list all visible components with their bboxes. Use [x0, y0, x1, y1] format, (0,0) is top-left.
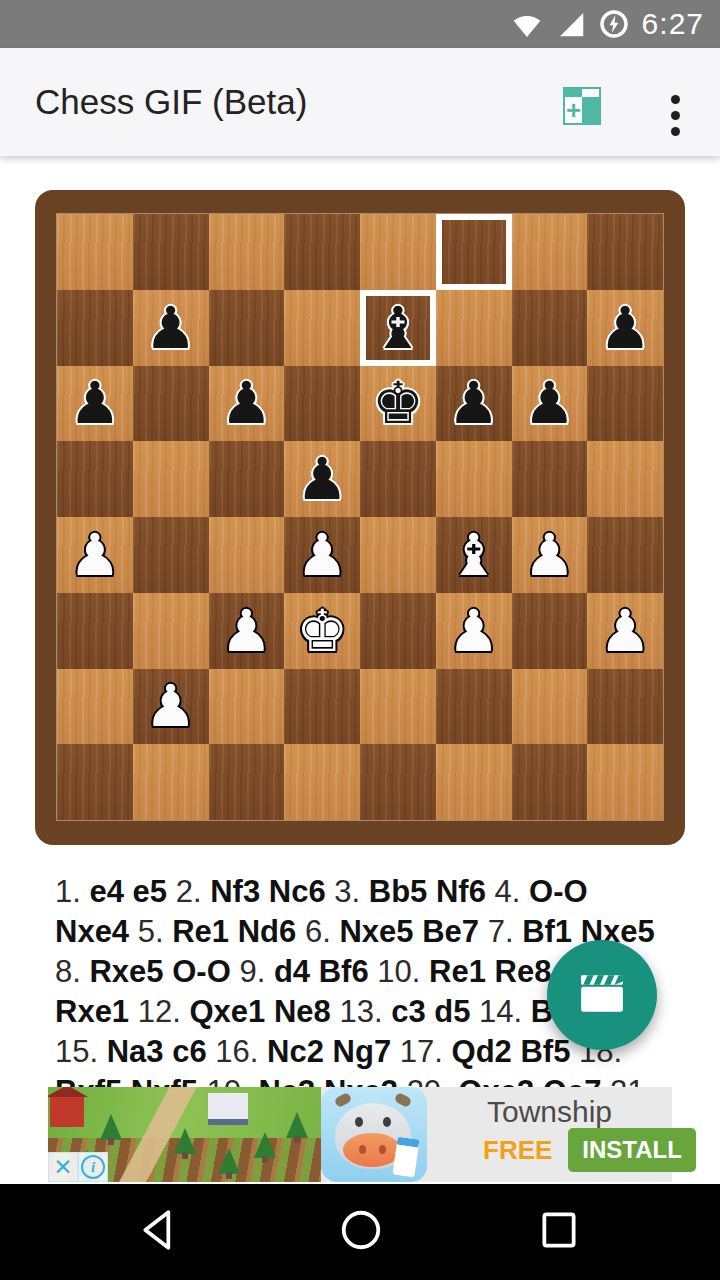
move-number: 2.	[176, 874, 202, 909]
ad-image[interactable]: ✕ i	[48, 1087, 321, 1182]
square-g6[interactable]: ♟	[512, 366, 588, 442]
square-f1[interactable]	[436, 744, 512, 820]
move-san: Qd2	[452, 1034, 512, 1069]
black-bishop-e7: ♝	[372, 299, 424, 357]
house-graphic	[208, 1093, 248, 1125]
square-h2[interactable]	[587, 669, 663, 745]
white-pawn-h3: ♟	[599, 602, 651, 660]
move-san: Be7	[422, 914, 479, 949]
township-app-icon[interactable]	[321, 1087, 427, 1182]
move-number: 13.	[339, 994, 382, 1029]
square-b6[interactable]	[133, 366, 209, 442]
square-f5[interactable]	[436, 441, 512, 517]
square-c4[interactable]	[209, 517, 285, 593]
square-h3[interactable]: ♟	[587, 593, 663, 669]
square-a5[interactable]	[57, 441, 133, 517]
square-d3[interactable]: ♚	[284, 593, 360, 669]
square-f7[interactable]	[436, 290, 512, 366]
wifi-icon	[510, 9, 544, 39]
square-d8[interactable]	[284, 214, 360, 290]
move-san: Nxe3	[324, 1074, 398, 1087]
recents-icon[interactable]	[536, 1207, 582, 1257]
move-san: Bf1	[522, 914, 572, 949]
move-san: Qe7	[543, 1074, 602, 1087]
move-san: Nf3	[210, 874, 260, 909]
move-number: 20.	[407, 1074, 450, 1087]
square-f3[interactable]: ♟	[436, 593, 512, 669]
square-a3[interactable]	[57, 593, 133, 669]
black-pawn-c6: ♟	[220, 374, 272, 432]
square-a4[interactable]: ♟	[57, 517, 133, 593]
move-san: Bb5	[369, 874, 428, 909]
square-h8[interactable]	[587, 214, 663, 290]
square-c3[interactable]: ♟	[209, 593, 285, 669]
black-king-e6: ♚	[372, 374, 424, 432]
move-number: 9.	[239, 954, 265, 989]
square-h5[interactable]	[587, 441, 663, 517]
move-san: Qxe3	[458, 1074, 534, 1087]
move-san: Bf5	[520, 1034, 570, 1069]
square-d1[interactable]	[284, 744, 360, 820]
back-icon[interactable]	[138, 1207, 184, 1257]
square-d5[interactable]: ♟	[284, 441, 360, 517]
square-e1[interactable]	[360, 744, 436, 820]
move-number: 17.	[400, 1034, 443, 1069]
move-number: 12.	[138, 994, 181, 1029]
move-number: 16.	[215, 1034, 258, 1069]
move-san: Rxe5	[89, 954, 163, 989]
move-san: d4	[274, 954, 310, 989]
square-g5[interactable]	[512, 441, 588, 517]
move-number: 19.	[207, 1074, 250, 1087]
square-g8[interactable]	[512, 214, 588, 290]
move-number: 3.	[334, 874, 360, 909]
square-a8[interactable]	[57, 214, 133, 290]
square-h4[interactable]	[587, 517, 663, 593]
square-e8[interactable]	[360, 214, 436, 290]
move-san: O-O	[172, 954, 231, 989]
ad-app-name: Township	[427, 1095, 672, 1129]
page-title: Chess GIF (Beta)	[35, 82, 307, 122]
move-san: Ne8	[274, 994, 331, 1029]
home-icon[interactable]	[338, 1207, 384, 1257]
square-c2[interactable]	[209, 669, 285, 745]
square-a2[interactable]	[57, 669, 133, 745]
move-san: Nf6	[436, 874, 486, 909]
square-b1[interactable]	[133, 744, 209, 820]
clapperboard-icon	[578, 971, 626, 1019]
navigation-bar	[0, 1184, 720, 1280]
black-pawn-h7: ♟	[599, 299, 651, 357]
move-san: Bxf5	[55, 1074, 122, 1087]
move-san: Nc6	[269, 874, 326, 909]
square-b7[interactable]: ♟	[133, 290, 209, 366]
move-san: Nd6	[238, 914, 297, 949]
ad-banner[interactable]: ✕ i Township FREE INSTALL	[48, 1087, 672, 1182]
square-b8[interactable]	[133, 214, 209, 290]
square-g7[interactable]	[512, 290, 588, 366]
move-number: 14.	[479, 994, 522, 1029]
move-san: Nxf5	[131, 1074, 198, 1087]
square-d6[interactable]	[284, 366, 360, 442]
overflow-menu-icon[interactable]	[669, 86, 681, 144]
square-b2[interactable]: ♟	[133, 669, 209, 745]
move-number: 8.	[55, 954, 81, 989]
black-pawn-f6: ♟	[448, 374, 500, 432]
white-pawn-g4: ♟	[523, 526, 575, 584]
square-g2[interactable]	[512, 669, 588, 745]
move-number: 6.	[305, 914, 331, 949]
barn-graphic	[50, 1097, 84, 1127]
app-bar: Chess GIF (Beta) +	[0, 48, 720, 156]
move-san: Ng7	[333, 1034, 392, 1069]
ad-close-icon[interactable]: ✕	[48, 1152, 78, 1182]
move-san: e4	[89, 874, 123, 909]
square-f8[interactable]	[436, 214, 512, 290]
square-c7[interactable]	[209, 290, 285, 366]
square-c6[interactable]: ♟	[209, 366, 285, 442]
move-san: Re8	[495, 954, 552, 989]
square-d4[interactable]: ♟	[284, 517, 360, 593]
install-button[interactable]: INSTALL	[568, 1128, 696, 1172]
ad-price-label: FREE	[483, 1135, 552, 1166]
move-number: 1.	[55, 874, 81, 909]
square-g3[interactable]	[512, 593, 588, 669]
move-san: c6	[172, 1034, 206, 1069]
move-line: 1. e4 e5 2. Nf3 Nc6 3. Bb5 Nf6 4. O-O	[55, 872, 670, 912]
square-b4[interactable]	[133, 517, 209, 593]
status-bar: 6:27	[0, 0, 720, 48]
move-san: Na3	[107, 1034, 164, 1069]
white-pawn-d4: ♟	[296, 526, 348, 584]
move-san: c3	[391, 994, 425, 1029]
square-b3[interactable]	[133, 593, 209, 669]
black-pawn-d5: ♟	[296, 450, 348, 508]
square-e5[interactable]	[360, 441, 436, 517]
black-pawn-a6: ♟	[69, 374, 121, 432]
chess-board[interactable]: ♟♝♟♟♟♚♟♟♟♟♟♝♟♟♚♟♟♟	[57, 214, 663, 820]
move-san: Nxe4	[55, 914, 129, 949]
move-number: 5.	[138, 914, 164, 949]
ad-info-panel: Township FREE INSTALL	[427, 1087, 672, 1182]
move-number: 21.	[610, 1074, 653, 1087]
square-c1[interactable]	[209, 744, 285, 820]
square-e2[interactable]	[360, 669, 436, 745]
white-pawn-c3: ♟	[220, 602, 272, 660]
battery-saver-icon	[598, 8, 630, 40]
create-gif-fab[interactable]	[547, 940, 657, 1050]
square-a6[interactable]: ♟	[57, 366, 133, 442]
square-e4[interactable]	[360, 517, 436, 593]
move-san: Qxe1	[189, 994, 265, 1029]
move-san: O-O	[529, 874, 588, 909]
move-san: Nc2	[267, 1034, 324, 1069]
square-d7[interactable]	[284, 290, 360, 366]
move-san: Ne3	[258, 1074, 315, 1087]
black-pawn-b7: ♟	[145, 299, 197, 357]
square-b5[interactable]	[133, 441, 209, 517]
move-san: Re1	[172, 914, 229, 949]
square-a7[interactable]	[57, 290, 133, 366]
square-g4[interactable]: ♟	[512, 517, 588, 593]
board-editor-icon[interactable]: +	[563, 87, 601, 125]
square-h7[interactable]: ♟	[587, 290, 663, 366]
square-f4[interactable]: ♝	[436, 517, 512, 593]
move-number: 7.	[488, 914, 514, 949]
square-f6[interactable]: ♟	[436, 366, 512, 442]
move-number: 10.	[377, 954, 420, 989]
move-number: 15.	[55, 1034, 98, 1069]
square-h1[interactable]	[587, 744, 663, 820]
square-a1[interactable]	[57, 744, 133, 820]
white-pawn-a4: ♟	[69, 526, 121, 584]
square-e6[interactable]: ♚	[360, 366, 436, 442]
white-pawn-f3: ♟	[448, 602, 500, 660]
adchoices-info-icon[interactable]: i	[78, 1152, 108, 1182]
square-c5[interactable]	[209, 441, 285, 517]
move-san: Re1	[429, 954, 486, 989]
square-d2[interactable]	[284, 669, 360, 745]
black-pawn-g6: ♟	[523, 374, 575, 432]
move-san: Rxe1	[55, 994, 129, 1029]
move-san: Nxe5	[339, 914, 413, 949]
move-san: e5	[133, 874, 167, 909]
move-san: d5	[434, 994, 470, 1029]
board-frame: ♟♝♟♟♟♚♟♟♟♟♟♝♟♟♚♟♟♟	[35, 190, 685, 845]
square-e3[interactable]	[360, 593, 436, 669]
square-c8[interactable]	[209, 214, 285, 290]
square-h6[interactable]	[587, 366, 663, 442]
move-number: 4.	[495, 874, 521, 909]
white-pawn-b2: ♟	[145, 677, 197, 735]
white-king-d3: ♚	[296, 602, 348, 660]
move-line: Bxf5 Nxf5 19. Ne3 Nxe3 20. Qxe3 Qe7 21.	[55, 1072, 670, 1087]
status-time: 6:27	[642, 7, 704, 41]
white-bishop-f4: ♝	[448, 526, 500, 584]
move-san: Bf6	[319, 954, 369, 989]
cellular-signal-icon	[556, 9, 586, 39]
square-e7[interactable]: ♝	[360, 290, 436, 366]
square-f2[interactable]	[436, 669, 512, 745]
square-g1[interactable]	[512, 744, 588, 820]
